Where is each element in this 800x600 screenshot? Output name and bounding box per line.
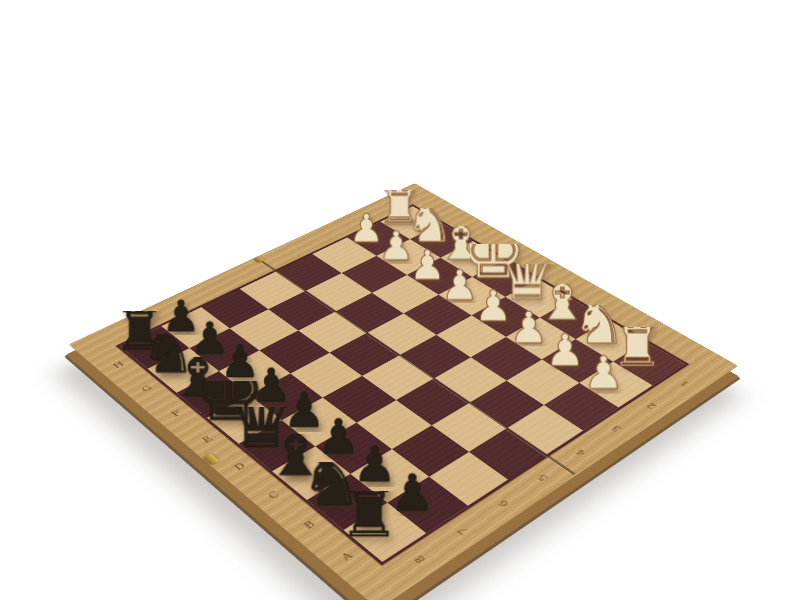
piece-white-pawn[interactable]: ♟ <box>578 348 630 400</box>
chess-board: ♜♞♝♚♛♝♞♜♟♟♟♟♟♟♟♟♟♟♟♟♟♟♟♟♜♞♝♚♛♝♞♜ HGFEDCB… <box>69 183 738 600</box>
piece-black-rook[interactable]: ♜ <box>340 491 399 550</box>
board-grid: ♜♞♝♚♛♝♞♜♟♟♟♟♟♟♟♟♟♟♟♟♟♟♟♟♜♞♝♚♛♝♞♜ <box>120 206 685 562</box>
scene: ♜♞♝♚♛♝♞♜♟♟♟♟♟♟♟♟♟♟♟♟♟♟♟♟♜♞♝♚♛♝♞♜ HGFEDCB… <box>0 0 800 600</box>
photo-stage: ♜♞♝♚♛♝♞♜♟♟♟♟♟♟♟♟♟♟♟♟♟♟♟♟♜♞♝♚♛♝♞♜ HGFEDCB… <box>0 0 800 600</box>
